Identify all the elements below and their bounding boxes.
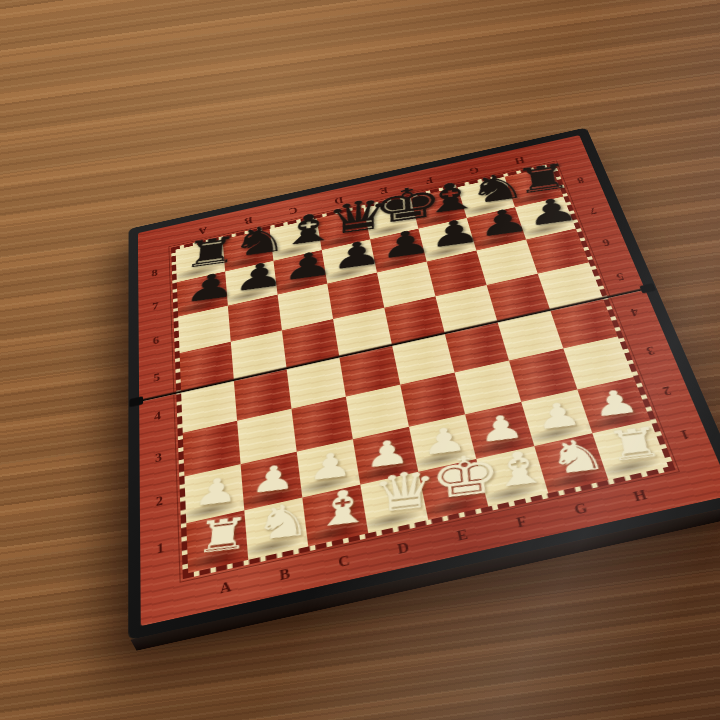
piece-white-pawn[interactable]: ♟ — [191, 471, 241, 511]
photo-scene: ABCDEFGH ABCDEFGH 87654321 87654321 ♜♞♝♛… — [0, 0, 720, 720]
rank-labels-left: 87654321 — [142, 255, 177, 577]
coordinate-label: C — [313, 541, 376, 582]
piece-shadow — [523, 421, 587, 447]
piece-white-pawn[interactable]: ♟ — [588, 384, 643, 423]
square-d3[interactable] — [346, 385, 409, 440]
square-e2[interactable]: ♟ — [409, 414, 476, 471]
piece-white-pawn[interactable]: ♟ — [476, 409, 527, 448]
square-f2[interactable]: ♟ — [465, 402, 534, 459]
piece-black-pawn[interactable]: ♟ — [182, 268, 226, 308]
piece-white-bishop[interactable]: ♝ — [487, 444, 541, 495]
rank-labels-right: 87654321 — [562, 162, 710, 459]
square-c2[interactable]: ♟ — [297, 439, 361, 497]
piece-white-rook[interactable]: ♜ — [603, 422, 661, 469]
coordinate-label: 2 — [144, 476, 176, 528]
coordinate-label: 3 — [627, 327, 673, 373]
piece-shadow — [581, 408, 645, 434]
coordinate-label: 4 — [613, 290, 657, 333]
coordinate-label: 3 — [143, 434, 174, 483]
piece-shadow — [351, 459, 413, 485]
piece-shadow — [359, 506, 424, 534]
square-c1[interactable]: ♝ — [302, 485, 368, 547]
piece-shadow — [236, 485, 297, 511]
piece-white-bishop[interactable]: ♝ — [312, 482, 361, 534]
square-h1[interactable]: ♜ — [592, 420, 668, 480]
piece-shadow — [409, 446, 472, 472]
square-b2[interactable]: ♟ — [241, 452, 303, 511]
coordinate-label: G — [547, 489, 615, 529]
piece-white-king[interactable]: ♚ — [428, 448, 481, 508]
coordinate-label: D — [371, 528, 435, 569]
square-a3[interactable] — [183, 421, 241, 477]
piece-white-rook[interactable]: ♜ — [193, 512, 245, 561]
coordinate-label: 2 — [643, 366, 691, 415]
piece-white-knight[interactable]: ♞ — [253, 496, 303, 547]
square-a1[interactable]: ♜ — [186, 510, 248, 573]
square-b3[interactable] — [237, 409, 297, 464]
board-scene: ABCDEFGH ABCDEFGH 87654321 87654321 ♜♞♝♛… — [122, 75, 662, 615]
piece-black-pawn[interactable]: ♟ — [331, 236, 372, 275]
square-h3[interactable] — [563, 336, 633, 389]
board-border: ABCDEFGH ABCDEFGH 87654321 87654321 ♜♞♝♛… — [138, 135, 720, 626]
piece-white-pawn[interactable]: ♟ — [420, 421, 470, 460]
square-f1[interactable]: ♝ — [476, 446, 548, 507]
piece-white-pawn[interactable]: ♟ — [532, 396, 585, 435]
coordinate-label: E — [430, 515, 496, 556]
coordinate-label: A — [195, 567, 256, 609]
coordinate-label: 1 — [144, 522, 177, 577]
piece-shadow — [596, 454, 663, 481]
piece-shadow — [294, 472, 356, 498]
piece-shadow — [537, 467, 603, 494]
square-b1[interactable]: ♞ — [244, 498, 308, 560]
square-d2[interactable]: ♟ — [353, 427, 418, 485]
piece-white-pawn[interactable]: ♟ — [364, 434, 412, 474]
coordinate-label: 1 — [660, 407, 710, 459]
coordinate-label: H — [606, 476, 675, 516]
piece-black-pawn[interactable]: ♟ — [232, 257, 275, 297]
board-frame: ABCDEFGH ABCDEFGH 87654321 87654321 ♜♞♝♛… — [128, 128, 720, 641]
piece-shadow — [418, 493, 483, 520]
coordinate-label: 6 — [586, 222, 627, 261]
piece-shadow — [478, 480, 544, 507]
piece-shadow — [181, 546, 244, 574]
piece-black-pawn[interactable]: ♟ — [475, 204, 520, 242]
piece-black-pawn[interactable]: ♟ — [379, 225, 421, 264]
square-e1[interactable]: ♚ — [418, 459, 488, 520]
piece-black-pawn[interactable]: ♟ — [281, 247, 322, 286]
piece-white-pawn[interactable]: ♟ — [306, 446, 354, 486]
piece-shadow — [240, 533, 303, 561]
piece-white-queen[interactable]: ♛ — [371, 465, 421, 522]
piece-shadow — [466, 434, 529, 460]
square-g2[interactable]: ♟ — [521, 389, 592, 446]
square-g3[interactable] — [509, 348, 577, 401]
chess-board: ABCDEFGH ABCDEFGH 87654321 87654321 ♜♞♝♛… — [128, 128, 720, 641]
coordinate-label: F — [489, 502, 556, 542]
piece-black-pawn[interactable]: ♟ — [427, 215, 471, 254]
coordinate-label: 4 — [143, 394, 173, 440]
square-d1[interactable]: ♛ — [360, 472, 428, 533]
square-h2[interactable]: ♟ — [577, 377, 650, 433]
piece-shadow — [179, 497, 240, 524]
square-f3[interactable] — [455, 361, 522, 415]
coordinate-label: B — [254, 554, 316, 595]
square-e3[interactable] — [400, 373, 465, 427]
piece-shadow — [299, 520, 363, 548]
square-g1[interactable]: ♞ — [534, 433, 608, 493]
piece-white-pawn[interactable]: ♟ — [249, 459, 298, 499]
piece-white-knight[interactable]: ♞ — [544, 432, 600, 481]
square-a2[interactable]: ♟ — [184, 464, 244, 523]
square-c3[interactable] — [291, 397, 352, 452]
